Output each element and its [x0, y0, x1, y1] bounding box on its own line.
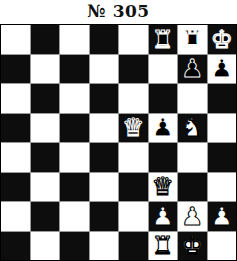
square-h1[interactable]	[208, 232, 237, 261]
square-h7[interactable]: ♟	[208, 55, 237, 84]
white-pawn: ♟	[211, 204, 233, 229]
square-g3[interactable]	[178, 173, 207, 202]
square-g5[interactable]: ♞	[178, 114, 207, 143]
square-c2[interactable]	[60, 202, 89, 231]
chess-board: ♜♜♚♟♟♛♟♞♛♟♟♟♜♚	[0, 24, 237, 261]
square-d8[interactable]	[90, 25, 119, 54]
square-e8[interactable]	[119, 25, 148, 54]
square-b4[interactable]	[31, 143, 60, 172]
square-b3[interactable]	[31, 173, 60, 202]
square-c5[interactable]	[60, 114, 89, 143]
square-a6[interactable]	[1, 84, 30, 113]
white-pawn: ♟	[181, 204, 203, 229]
square-a5[interactable]	[1, 114, 30, 143]
chess-diagram-page: № 305 ♜♜♚♟♟♛♟♞♛♟♟♟♜♚	[0, 0, 237, 261]
square-e5[interactable]: ♛	[119, 114, 148, 143]
square-g8[interactable]: ♜	[178, 25, 207, 54]
square-g6[interactable]	[178, 84, 207, 113]
square-b5[interactable]	[31, 114, 60, 143]
square-e3[interactable]	[119, 173, 148, 202]
square-g1[interactable]: ♚	[178, 232, 207, 261]
square-d3[interactable]	[90, 173, 119, 202]
square-b8[interactable]	[31, 25, 60, 54]
square-e4[interactable]	[119, 143, 148, 172]
white-knight: ♞	[181, 115, 203, 140]
square-f2[interactable]: ♟	[149, 202, 178, 231]
square-a8[interactable]	[1, 25, 30, 54]
square-e1[interactable]	[119, 232, 148, 261]
square-h4[interactable]	[208, 143, 237, 172]
black-rook: ♜	[152, 27, 174, 52]
square-a1[interactable]	[1, 232, 30, 261]
square-c8[interactable]	[60, 25, 89, 54]
black-rook: ♜	[181, 27, 203, 52]
white-queen: ♛	[152, 174, 174, 199]
white-king: ♚	[181, 233, 203, 258]
square-d1[interactable]	[90, 232, 119, 261]
square-c3[interactable]	[60, 173, 89, 202]
square-h3[interactable]	[208, 173, 237, 202]
square-e2[interactable]	[119, 202, 148, 231]
square-g4[interactable]	[178, 143, 207, 172]
square-d5[interactable]	[90, 114, 119, 143]
square-b7[interactable]	[31, 55, 60, 84]
square-c1[interactable]	[60, 232, 89, 261]
square-d2[interactable]	[90, 202, 119, 231]
square-f8[interactable]: ♜	[149, 25, 178, 54]
square-b1[interactable]	[31, 232, 60, 261]
square-c6[interactable]	[60, 84, 89, 113]
square-g7[interactable]: ♟	[178, 55, 207, 84]
white-rook: ♜	[152, 233, 174, 258]
square-f7[interactable]	[149, 55, 178, 84]
square-e6[interactable]	[119, 84, 148, 113]
square-f1[interactable]: ♜	[149, 232, 178, 261]
black-queen: ♛	[122, 115, 144, 140]
square-h8[interactable]: ♚	[208, 25, 237, 54]
square-b6[interactable]	[31, 84, 60, 113]
square-c7[interactable]	[60, 55, 89, 84]
square-c4[interactable]	[60, 143, 89, 172]
square-a7[interactable]	[1, 55, 30, 84]
black-pawn: ♟	[152, 115, 174, 140]
square-f6[interactable]	[149, 84, 178, 113]
square-d7[interactable]	[90, 55, 119, 84]
diagram-number-title: № 305	[0, 0, 237, 23]
square-e7[interactable]	[119, 55, 148, 84]
square-d4[interactable]	[90, 143, 119, 172]
square-d6[interactable]	[90, 84, 119, 113]
square-a4[interactable]	[1, 143, 30, 172]
square-f3[interactable]: ♛	[149, 173, 178, 202]
square-f4[interactable]	[149, 143, 178, 172]
square-h6[interactable]	[208, 84, 237, 113]
black-pawn: ♟	[211, 56, 233, 81]
black-king: ♚	[211, 27, 233, 52]
square-a3[interactable]	[1, 173, 30, 202]
white-pawn: ♟	[152, 204, 174, 229]
black-pawn: ♟	[181, 56, 203, 81]
square-g2[interactable]: ♟	[178, 202, 207, 231]
square-f5[interactable]: ♟	[149, 114, 178, 143]
square-a2[interactable]	[1, 202, 30, 231]
square-h2[interactable]: ♟	[208, 202, 237, 231]
square-b2[interactable]	[31, 202, 60, 231]
square-h5[interactable]	[208, 114, 237, 143]
